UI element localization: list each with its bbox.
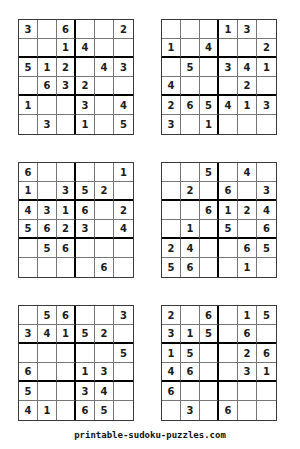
cell-r3c3 bbox=[200, 58, 219, 77]
cell-r1c3 bbox=[200, 20, 219, 39]
cell-r1c1: 6 bbox=[19, 163, 38, 182]
cell-r5c5: 1 bbox=[238, 96, 257, 115]
cell-r5c2 bbox=[38, 382, 57, 401]
cell-r6c4: 6 bbox=[219, 401, 238, 420]
cell-r1c6 bbox=[257, 163, 276, 182]
cell-r3c5: 2 bbox=[238, 201, 257, 220]
cell-r4c3 bbox=[57, 363, 76, 382]
cell-r2c2: 1 bbox=[181, 325, 200, 344]
cell-r1c4 bbox=[76, 163, 95, 182]
cell-r1c6: 2 bbox=[114, 20, 133, 39]
cell-r5c3 bbox=[57, 382, 76, 401]
cell-r3c4: 6 bbox=[76, 201, 95, 220]
cell-r4c2: 1 bbox=[181, 220, 200, 239]
sudoku-board-3: 6113524316256234566 bbox=[18, 162, 134, 278]
cell-r4c6 bbox=[114, 77, 133, 96]
cell-r1c2 bbox=[181, 306, 200, 325]
cell-r6c6 bbox=[257, 258, 276, 277]
cell-r1c3 bbox=[57, 163, 76, 182]
sudoku-board-1: 3621451243632134315 bbox=[18, 19, 134, 135]
cell-r2c1: 3 bbox=[19, 325, 38, 344]
cell-r2c1: 1 bbox=[162, 39, 181, 58]
cell-r3c4 bbox=[76, 58, 95, 77]
cell-r3c2: 3 bbox=[38, 201, 57, 220]
cell-r6c1 bbox=[19, 115, 38, 134]
cell-r6c2: 6 bbox=[181, 258, 200, 277]
cell-r1c5 bbox=[95, 306, 114, 325]
cell-r3c2: 5 bbox=[181, 58, 200, 77]
cell-r6c4 bbox=[76, 258, 95, 277]
cell-r6c6 bbox=[114, 401, 133, 420]
cell-r5c4 bbox=[76, 239, 95, 258]
cell-r2c5 bbox=[95, 39, 114, 58]
cell-r1c3: 6 bbox=[200, 306, 219, 325]
cell-r6c6 bbox=[257, 115, 276, 134]
cell-r4c4: 3 bbox=[76, 220, 95, 239]
cell-r1c6: 5 bbox=[257, 306, 276, 325]
cell-r3c2: 5 bbox=[181, 344, 200, 363]
cell-r3c5: 4 bbox=[238, 58, 257, 77]
cell-r2c6 bbox=[257, 325, 276, 344]
cell-r2c6 bbox=[114, 182, 133, 201]
cell-r3c1: 5 bbox=[19, 58, 38, 77]
cell-r2c2: 2 bbox=[181, 182, 200, 201]
cell-r5c6 bbox=[257, 382, 276, 401]
cell-r6c5 bbox=[95, 115, 114, 134]
cell-r4c3 bbox=[200, 220, 219, 239]
cell-r4c2 bbox=[38, 363, 57, 382]
cell-r4c6 bbox=[257, 77, 276, 96]
cell-r3c5: 2 bbox=[238, 344, 257, 363]
cell-r4c1 bbox=[162, 220, 181, 239]
cell-r3c6: 2 bbox=[114, 201, 133, 220]
cell-r1c6 bbox=[257, 20, 276, 39]
cell-r1c2 bbox=[38, 163, 57, 182]
cell-r1c5: 1 bbox=[238, 306, 257, 325]
cell-r6c5 bbox=[238, 115, 257, 134]
cell-r6c3: 1 bbox=[200, 115, 219, 134]
cell-r2c5: 6 bbox=[238, 325, 257, 344]
cell-r2c6 bbox=[114, 325, 133, 344]
cell-r6c2 bbox=[181, 115, 200, 134]
cell-r5c1: 5 bbox=[19, 382, 38, 401]
cell-r2c3: 4 bbox=[200, 39, 219, 58]
cell-r5c6 bbox=[114, 239, 133, 258]
cell-r1c2 bbox=[181, 163, 200, 182]
cell-r6c1: 3 bbox=[162, 115, 181, 134]
cell-r1c1 bbox=[162, 20, 181, 39]
cell-r6c5 bbox=[238, 401, 257, 420]
cell-r6c4: 6 bbox=[76, 401, 95, 420]
cell-r5c4 bbox=[219, 382, 238, 401]
cell-r4c5: 3 bbox=[238, 363, 257, 382]
cell-r3c3: 6 bbox=[200, 201, 219, 220]
cell-r1c5 bbox=[95, 163, 114, 182]
cell-r1c1: 2 bbox=[162, 306, 181, 325]
cell-r2c6: 2 bbox=[257, 39, 276, 58]
sudoku-board-4: 5426361241562465561 bbox=[161, 162, 277, 278]
cell-r2c6 bbox=[114, 39, 133, 58]
cell-r3c1 bbox=[19, 344, 38, 363]
cell-r2c6: 3 bbox=[257, 182, 276, 201]
cell-r1c4 bbox=[76, 306, 95, 325]
cell-r4c6 bbox=[114, 363, 133, 382]
cell-r5c5: 6 bbox=[238, 239, 257, 258]
cell-r3c1 bbox=[162, 201, 181, 220]
cell-r6c2: 3 bbox=[38, 115, 57, 134]
cell-r2c4: 5 bbox=[76, 182, 95, 201]
cell-r2c1: 1 bbox=[19, 182, 38, 201]
cell-r5c3 bbox=[200, 239, 219, 258]
cell-r4c5 bbox=[95, 77, 114, 96]
cell-r5c5 bbox=[95, 96, 114, 115]
cell-r4c3: 3 bbox=[57, 77, 76, 96]
cell-r4c1: 4 bbox=[162, 363, 181, 382]
cell-r5c5 bbox=[95, 239, 114, 258]
cell-r2c3: 1 bbox=[57, 325, 76, 344]
cell-r5c2 bbox=[38, 96, 57, 115]
cell-r4c5: 2 bbox=[238, 77, 257, 96]
cell-r4c3 bbox=[200, 77, 219, 96]
printable-sudoku-page: 3621451243632134315 1314253414226541331 … bbox=[0, 0, 300, 449]
cell-r2c2: 4 bbox=[38, 325, 57, 344]
cell-r3c5: 4 bbox=[95, 58, 114, 77]
cell-r3c3: 1 bbox=[57, 201, 76, 220]
cell-r5c6: 3 bbox=[257, 96, 276, 115]
cell-r3c5 bbox=[95, 344, 114, 363]
cell-r1c6: 3 bbox=[114, 306, 133, 325]
cell-r1c6: 1 bbox=[114, 163, 133, 182]
cell-r6c5: 5 bbox=[95, 401, 114, 420]
cell-r2c4 bbox=[219, 325, 238, 344]
cell-r2c4: 6 bbox=[219, 182, 238, 201]
cell-r1c4 bbox=[219, 163, 238, 182]
cell-r4c2: 6 bbox=[38, 220, 57, 239]
cell-r4c6: 6 bbox=[257, 220, 276, 239]
cell-r3c2 bbox=[181, 201, 200, 220]
sudoku-board-6: 2615315615264631636 bbox=[161, 305, 277, 421]
cell-r2c1 bbox=[19, 39, 38, 58]
cell-r1c5: 3 bbox=[238, 20, 257, 39]
cell-r2c2 bbox=[181, 39, 200, 58]
cell-r5c5: 4 bbox=[95, 382, 114, 401]
cell-r4c4 bbox=[219, 77, 238, 96]
cell-r1c1: 3 bbox=[19, 20, 38, 39]
cell-r1c4 bbox=[76, 20, 95, 39]
cell-r5c6: 5 bbox=[257, 239, 276, 258]
cell-r5c4: 3 bbox=[76, 382, 95, 401]
cell-r5c3 bbox=[200, 382, 219, 401]
cell-r2c3: 3 bbox=[57, 182, 76, 201]
cell-r4c1: 5 bbox=[19, 220, 38, 239]
cell-r6c2 bbox=[38, 258, 57, 277]
cell-r5c1: 2 bbox=[162, 96, 181, 115]
cell-r6c6 bbox=[257, 401, 276, 420]
cell-r6c1 bbox=[19, 258, 38, 277]
cell-r1c3: 5 bbox=[200, 163, 219, 182]
cell-r2c4 bbox=[219, 39, 238, 58]
cell-r2c5: 2 bbox=[95, 325, 114, 344]
cell-r5c4: 3 bbox=[76, 96, 95, 115]
cell-r4c1: 4 bbox=[162, 77, 181, 96]
cell-r1c1 bbox=[19, 306, 38, 325]
cell-r3c6: 5 bbox=[114, 344, 133, 363]
cell-r3c4: 3 bbox=[219, 58, 238, 77]
cell-r5c3: 5 bbox=[200, 96, 219, 115]
cell-r1c2 bbox=[38, 20, 57, 39]
cell-r4c3: 2 bbox=[57, 220, 76, 239]
cell-r3c4: 1 bbox=[219, 201, 238, 220]
cell-r1c3: 6 bbox=[57, 306, 76, 325]
cell-r3c6: 3 bbox=[114, 58, 133, 77]
cell-r3c2: 1 bbox=[38, 58, 57, 77]
cell-r4c5 bbox=[95, 220, 114, 239]
cell-r6c3 bbox=[57, 258, 76, 277]
cell-r2c5 bbox=[238, 182, 257, 201]
cell-r6c5: 1 bbox=[238, 258, 257, 277]
cell-r5c1: 6 bbox=[162, 382, 181, 401]
cell-r6c4: 1 bbox=[76, 115, 95, 134]
cell-r4c2 bbox=[181, 77, 200, 96]
cell-r5c2: 6 bbox=[181, 96, 200, 115]
cell-r4c1: 6 bbox=[19, 363, 38, 382]
cell-r3c1 bbox=[162, 58, 181, 77]
cell-r2c5: 2 bbox=[95, 182, 114, 201]
cell-r2c5 bbox=[238, 39, 257, 58]
site-url: printable-sudoku-puzzles.com bbox=[0, 430, 300, 440]
cell-r3c5 bbox=[95, 201, 114, 220]
cell-r6c3 bbox=[57, 115, 76, 134]
cell-r4c4 bbox=[219, 363, 238, 382]
cell-r1c3: 6 bbox=[57, 20, 76, 39]
cell-r2c4: 4 bbox=[76, 39, 95, 58]
cell-r3c6: 6 bbox=[257, 344, 276, 363]
cell-r6c1: 5 bbox=[162, 258, 181, 277]
cell-r3c3 bbox=[200, 344, 219, 363]
cell-r3c4 bbox=[76, 344, 95, 363]
cell-r3c6: 4 bbox=[257, 201, 276, 220]
cell-r5c6 bbox=[114, 382, 133, 401]
cell-r4c5: 3 bbox=[95, 363, 114, 382]
cell-r4c1 bbox=[19, 77, 38, 96]
cell-r2c3: 1 bbox=[57, 39, 76, 58]
cell-r4c4: 2 bbox=[76, 77, 95, 96]
cell-r6c6: 5 bbox=[114, 115, 133, 134]
cell-r5c4 bbox=[219, 239, 238, 258]
cell-r6c1: 4 bbox=[19, 401, 38, 420]
cell-r6c3 bbox=[57, 401, 76, 420]
cell-r1c5: 4 bbox=[238, 163, 257, 182]
cell-r5c1: 2 bbox=[162, 239, 181, 258]
cell-r1c2: 5 bbox=[38, 306, 57, 325]
cell-r6c4 bbox=[219, 258, 238, 277]
cell-r2c3 bbox=[200, 182, 219, 201]
cell-r4c2: 6 bbox=[181, 363, 200, 382]
cell-r6c2: 1 bbox=[38, 401, 57, 420]
cell-r5c3: 6 bbox=[57, 239, 76, 258]
cell-r2c1: 3 bbox=[162, 325, 181, 344]
cell-r3c1: 1 bbox=[162, 344, 181, 363]
cell-r4c6: 4 bbox=[114, 220, 133, 239]
cell-r6c4 bbox=[219, 115, 238, 134]
cell-r4c4: 5 bbox=[219, 220, 238, 239]
cell-r4c5 bbox=[238, 220, 257, 239]
sudoku-board-5: 5633415256135344165 bbox=[18, 305, 134, 421]
cell-r5c2 bbox=[181, 382, 200, 401]
cell-r1c1 bbox=[162, 163, 181, 182]
cell-r1c5 bbox=[95, 20, 114, 39]
cell-r5c2: 4 bbox=[181, 239, 200, 258]
cell-r6c2: 3 bbox=[181, 401, 200, 420]
cell-r5c1: 1 bbox=[19, 96, 38, 115]
cell-r3c3 bbox=[57, 344, 76, 363]
cell-r2c2 bbox=[38, 182, 57, 201]
cell-r5c1 bbox=[19, 239, 38, 258]
cell-r1c4: 1 bbox=[219, 20, 238, 39]
cell-r4c4: 1 bbox=[76, 363, 95, 382]
cell-r1c2 bbox=[181, 20, 200, 39]
cell-r4c3 bbox=[200, 363, 219, 382]
cell-r2c2 bbox=[38, 39, 57, 58]
cell-r2c1 bbox=[162, 182, 181, 201]
cell-r5c3 bbox=[57, 96, 76, 115]
cell-r2c4: 5 bbox=[76, 325, 95, 344]
cell-r3c2 bbox=[38, 344, 57, 363]
cell-r6c6 bbox=[114, 258, 133, 277]
cell-r1c4 bbox=[219, 306, 238, 325]
cell-r3c1: 4 bbox=[19, 201, 38, 220]
puzzle-grid-container: 3621451243632134315 1314253414226541331 … bbox=[18, 19, 277, 421]
cell-r6c1 bbox=[162, 401, 181, 420]
cell-r6c3 bbox=[200, 258, 219, 277]
cell-r5c5 bbox=[238, 382, 257, 401]
cell-r3c4 bbox=[219, 344, 238, 363]
cell-r5c4: 4 bbox=[219, 96, 238, 115]
sudoku-board-2: 1314253414226541331 bbox=[161, 19, 277, 135]
cell-r3c6: 1 bbox=[257, 58, 276, 77]
cell-r4c6: 1 bbox=[257, 363, 276, 382]
cell-r6c3 bbox=[200, 401, 219, 420]
cell-r4c2: 6 bbox=[38, 77, 57, 96]
cell-r5c6: 4 bbox=[114, 96, 133, 115]
cell-r3c3: 2 bbox=[57, 58, 76, 77]
cell-r5c2: 5 bbox=[38, 239, 57, 258]
cell-r2c3: 5 bbox=[200, 325, 219, 344]
cell-r6c5: 6 bbox=[95, 258, 114, 277]
